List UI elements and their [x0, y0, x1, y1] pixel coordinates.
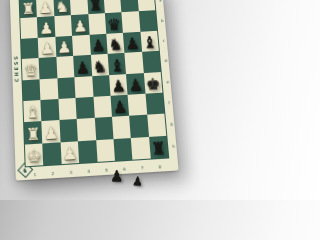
- square-g3: [59, 119, 78, 142]
- square-h5: [96, 139, 115, 162]
- square-b4: ♟: [71, 15, 89, 36]
- square-a4: [70, 0, 88, 16]
- square-c8: ♝: [140, 31, 159, 52]
- coordinate-label: 4: [87, 168, 90, 173]
- piece-black-rook: ♜: [149, 134, 169, 157]
- captured-pieces-tray: ♟♟: [110, 169, 143, 184]
- piece-white-rook: ♜: [20, 0, 38, 18]
- square-f4: [76, 97, 95, 119]
- coordinate-label: 2: [51, 170, 54, 175]
- square-f5: [93, 96, 112, 118]
- square-e7: ♟: [126, 73, 145, 95]
- piece-black-rook: ♜: [87, 0, 105, 14]
- square-h7: [131, 137, 150, 160]
- square-e8: ♚: [143, 72, 162, 94]
- square-e2: [40, 78, 58, 100]
- coordinate-label: h: [172, 143, 175, 148]
- square-b2: ♟: [37, 16, 55, 37]
- piece-black-pawn: ♟: [126, 72, 145, 94]
- square-g4: [77, 118, 96, 141]
- piece-black-queen: ♛: [105, 12, 123, 33]
- square-g8: [147, 114, 166, 137]
- square-h6: [113, 138, 132, 161]
- piece-white-pawn: ♟: [55, 35, 73, 56]
- square-g6: [112, 116, 131, 139]
- chessboard: CHESS ♞ 12345678 abcdefgh ♜♟♞♜♟♟♛♟♟♟♞♟♝♛…: [10, 0, 179, 181]
- piece-white-knight: ♞: [53, 0, 71, 16]
- square-d2: [39, 57, 57, 79]
- square-f6: ♟: [110, 95, 129, 117]
- square-d4: ♟: [73, 55, 91, 77]
- square-d7: [125, 52, 144, 74]
- square-h8: ♜: [149, 135, 169, 158]
- piece-white-pawn: ♟: [37, 16, 55, 37]
- square-h2: [43, 142, 62, 165]
- piece-black-pawn: ♟: [89, 33, 107, 54]
- coordinate-label: f: [168, 100, 171, 105]
- square-g5: [94, 117, 113, 140]
- square-b5: [88, 14, 106, 35]
- coordinate-label: 1: [34, 171, 37, 176]
- square-e3: [57, 77, 75, 99]
- piece-white-pawn: ♟: [71, 14, 89, 35]
- square-b8: [138, 11, 157, 32]
- square-h3: ♟: [60, 141, 79, 164]
- piece-black-pawn: ♟: [109, 73, 128, 95]
- piece-white-queen: ♛: [22, 57, 40, 79]
- coordinate-label: e: [166, 79, 169, 84]
- piece-black-knight: ♞: [90, 53, 109, 75]
- square-a5: ♜: [87, 0, 105, 15]
- square-b6: ♛: [105, 13, 123, 34]
- square-f1: ♝: [23, 100, 41, 122]
- square-c4: [72, 35, 90, 56]
- coordinate-label: d: [164, 58, 167, 63]
- coordinate-label: a: [159, 0, 162, 3]
- square-f7: [128, 94, 147, 116]
- square-d6: ♝: [108, 53, 127, 75]
- square-f2: [41, 99, 59, 121]
- captured-black-pawn: ♟: [110, 169, 123, 184]
- piece-white-king: ♚: [25, 142, 44, 165]
- square-h4: [78, 140, 97, 163]
- square-c5: ♟: [89, 34, 107, 55]
- square-f3: [58, 98, 77, 120]
- square-a6: [103, 0, 121, 14]
- board-brand-text: CHESS: [13, 54, 20, 82]
- square-c7: ♟: [123, 32, 142, 53]
- piece-white-bishop: ♝: [23, 99, 41, 121]
- coordinate-label: 3: [69, 169, 72, 174]
- square-d1: ♛: [22, 58, 40, 80]
- piece-white-rook: ♜: [24, 120, 43, 143]
- piece-white-pawn: ♟: [36, 0, 54, 17]
- square-h1: ♚: [25, 143, 44, 166]
- square-e4: [74, 76, 93, 98]
- captured-black-pawn: ♟: [132, 175, 144, 191]
- square-b3: [54, 16, 72, 37]
- piece-black-pawn: ♟: [73, 54, 91, 76]
- square-c1: [21, 38, 39, 59]
- square-g1: ♜: [24, 121, 43, 144]
- square-g7: [129, 115, 148, 138]
- piece-white-pawn: ♟: [38, 36, 56, 57]
- piece-white-pawn: ♟: [42, 119, 61, 142]
- coordinate-label: g: [170, 122, 173, 127]
- piece-black-bishop: ♝: [140, 30, 159, 51]
- square-e5: [92, 75, 111, 97]
- square-e1: [23, 79, 41, 101]
- coordinate-label: 8: [158, 164, 161, 169]
- table-background: { "game": "chess", "description": "Overh…: [0, 0, 200, 200]
- square-g2: ♟: [42, 120, 61, 143]
- square-c3: ♟: [55, 36, 73, 57]
- square-b1: [20, 17, 38, 38]
- square-d5: ♞: [90, 54, 109, 76]
- board-border-mat: CHESS ♞ 12345678 abcdefgh ♜♟♞♜♟♟♛♟♟♟♞♟♝♛…: [10, 0, 179, 181]
- bottom-coordinate-labels: 12345678: [26, 163, 169, 177]
- square-a2: ♟: [36, 0, 54, 17]
- square-a3: ♞: [53, 0, 71, 16]
- piece-black-king: ♚: [143, 71, 162, 93]
- coordinate-label: b: [161, 18, 164, 23]
- square-c6: ♞: [106, 33, 125, 54]
- square-e6: ♟: [109, 74, 128, 96]
- square-d3: [56, 56, 74, 78]
- piece-black-pawn: ♟: [110, 94, 129, 116]
- coordinate-label: c: [163, 38, 166, 43]
- piece-white-pawn: ♟: [60, 140, 79, 163]
- square-c2: ♟: [38, 37, 56, 58]
- square-f8: [145, 93, 164, 115]
- square-a7: [120, 0, 138, 13]
- board-squares: ♜♟♞♜♟♟♛♟♟♟♞♟♝♛♟♞♝♟♟♚♝♟♜♟♚♟♜: [20, 0, 169, 166]
- piece-black-pawn: ♟: [123, 31, 142, 52]
- square-a1: ♜: [20, 0, 38, 18]
- coordinate-label: 5: [105, 167, 108, 172]
- piece-black-knight: ♞: [106, 32, 124, 53]
- square-b7: [122, 12, 140, 33]
- square-d8: [142, 51, 161, 73]
- piece-black-bishop: ♝: [107, 52, 126, 74]
